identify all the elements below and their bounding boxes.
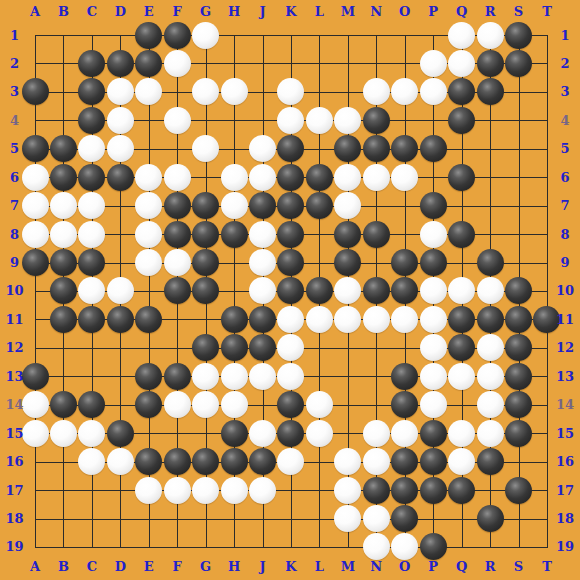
intersection-N1[interactable]	[362, 21, 390, 49]
intersection-E4[interactable]	[135, 106, 163, 134]
intersection-G5[interactable]	[191, 135, 219, 163]
intersection-O11[interactable]	[390, 305, 418, 333]
intersection-L10[interactable]	[305, 277, 333, 305]
intersection-F2[interactable]	[163, 49, 191, 77]
intersection-M18[interactable]	[334, 504, 362, 532]
intersection-Q5[interactable]	[447, 135, 475, 163]
intersection-H14[interactable]	[220, 390, 248, 418]
intersection-O5[interactable]	[390, 135, 418, 163]
intersection-K17[interactable]	[277, 476, 305, 504]
intersection-K6[interactable]	[277, 163, 305, 191]
intersection-H6[interactable]	[220, 163, 248, 191]
intersection-O2[interactable]	[390, 49, 418, 77]
intersection-Q18[interactable]	[447, 504, 475, 532]
intersection-C5[interactable]	[78, 135, 106, 163]
intersection-P16[interactable]	[419, 447, 447, 475]
intersection-N4[interactable]	[362, 106, 390, 134]
intersection-G14[interactable]	[191, 390, 219, 418]
intersection-R18[interactable]	[476, 504, 504, 532]
intersection-P14[interactable]	[419, 390, 447, 418]
intersection-K19[interactable]	[277, 533, 305, 561]
intersection-B16[interactable]	[49, 447, 77, 475]
intersection-G12[interactable]	[191, 334, 219, 362]
intersection-L17[interactable]	[305, 476, 333, 504]
intersection-Q19[interactable]	[447, 533, 475, 561]
intersection-Q14[interactable]	[447, 390, 475, 418]
intersection-B6[interactable]	[49, 163, 77, 191]
intersection-K16[interactable]	[277, 447, 305, 475]
intersection-M13[interactable]	[334, 362, 362, 390]
intersection-P12[interactable]	[419, 334, 447, 362]
intersection-B18[interactable]	[49, 504, 77, 532]
intersection-F3[interactable]	[163, 78, 191, 106]
intersection-N5[interactable]	[362, 135, 390, 163]
intersection-H5[interactable]	[220, 135, 248, 163]
intersection-H4[interactable]	[220, 106, 248, 134]
intersection-F16[interactable]	[163, 447, 191, 475]
intersection-F13[interactable]	[163, 362, 191, 390]
intersection-Q16[interactable]	[447, 447, 475, 475]
intersection-P3[interactable]	[419, 78, 447, 106]
intersection-F1[interactable]	[163, 21, 191, 49]
intersection-C12[interactable]	[78, 334, 106, 362]
intersection-G11[interactable]	[191, 305, 219, 333]
intersection-R11[interactable]	[476, 305, 504, 333]
intersection-B4[interactable]	[49, 106, 77, 134]
intersection-B15[interactable]	[49, 419, 77, 447]
intersection-B12[interactable]	[49, 334, 77, 362]
intersection-Q17[interactable]	[447, 476, 475, 504]
intersection-S7[interactable]	[504, 191, 532, 219]
intersection-K5[interactable]	[277, 135, 305, 163]
intersection-P11[interactable]	[419, 305, 447, 333]
intersection-D1[interactable]	[106, 21, 134, 49]
intersection-Q8[interactable]	[447, 220, 475, 248]
intersection-Q6[interactable]	[447, 163, 475, 191]
intersection-K15[interactable]	[277, 419, 305, 447]
intersection-O6[interactable]	[390, 163, 418, 191]
intersection-F18[interactable]	[163, 504, 191, 532]
intersection-D16[interactable]	[106, 447, 134, 475]
intersection-B5[interactable]	[49, 135, 77, 163]
intersection-O16[interactable]	[390, 447, 418, 475]
intersection-L1[interactable]	[305, 21, 333, 49]
intersection-O17[interactable]	[390, 476, 418, 504]
intersection-D15[interactable]	[106, 419, 134, 447]
intersection-E18[interactable]	[135, 504, 163, 532]
intersection-R8[interactable]	[476, 220, 504, 248]
intersection-J7[interactable]	[248, 191, 276, 219]
intersection-G6[interactable]	[191, 163, 219, 191]
intersection-E12[interactable]	[135, 334, 163, 362]
intersection-N19[interactable]	[362, 533, 390, 561]
intersection-O14[interactable]	[390, 390, 418, 418]
intersection-C3[interactable]	[78, 78, 106, 106]
intersection-L18[interactable]	[305, 504, 333, 532]
intersection-S13[interactable]	[504, 362, 532, 390]
intersection-K18[interactable]	[277, 504, 305, 532]
intersection-L13[interactable]	[305, 362, 333, 390]
intersection-S6[interactable]	[504, 163, 532, 191]
intersection-K14[interactable]	[277, 390, 305, 418]
intersection-K7[interactable]	[277, 191, 305, 219]
intersection-H11[interactable]	[220, 305, 248, 333]
intersection-R6[interactable]	[476, 163, 504, 191]
intersection-E8[interactable]	[135, 220, 163, 248]
intersection-G7[interactable]	[191, 191, 219, 219]
intersection-K13[interactable]	[277, 362, 305, 390]
intersection-B8[interactable]	[49, 220, 77, 248]
intersection-D11[interactable]	[106, 305, 134, 333]
intersection-D8[interactable]	[106, 220, 134, 248]
intersection-S14[interactable]	[504, 390, 532, 418]
intersection-J8[interactable]	[248, 220, 276, 248]
intersection-K10[interactable]	[277, 277, 305, 305]
intersection-J12[interactable]	[248, 334, 276, 362]
intersection-C17[interactable]	[78, 476, 106, 504]
intersection-J3[interactable]	[248, 78, 276, 106]
intersection-D4[interactable]	[106, 106, 134, 134]
intersection-N2[interactable]	[362, 49, 390, 77]
intersection-M1[interactable]	[334, 21, 362, 49]
intersection-M5[interactable]	[334, 135, 362, 163]
intersection-P10[interactable]	[419, 277, 447, 305]
intersection-H1[interactable]	[220, 21, 248, 49]
intersection-N11[interactable]	[362, 305, 390, 333]
intersection-G1[interactable]	[191, 21, 219, 49]
go-board[interactable]	[0, 0, 580, 580]
intersection-S10[interactable]	[504, 277, 532, 305]
intersection-G10[interactable]	[191, 277, 219, 305]
intersection-D18[interactable]	[106, 504, 134, 532]
intersection-N9[interactable]	[362, 248, 390, 276]
intersection-K4[interactable]	[277, 106, 305, 134]
intersection-D3[interactable]	[106, 78, 134, 106]
intersection-H12[interactable]	[220, 334, 248, 362]
intersection-N6[interactable]	[362, 163, 390, 191]
intersection-M3[interactable]	[334, 78, 362, 106]
intersection-G4[interactable]	[191, 106, 219, 134]
intersection-M10[interactable]	[334, 277, 362, 305]
intersection-S16[interactable]	[504, 447, 532, 475]
intersection-K12[interactable]	[277, 334, 305, 362]
intersection-B9[interactable]	[49, 248, 77, 276]
intersection-Q3[interactable]	[447, 78, 475, 106]
intersection-C11[interactable]	[78, 305, 106, 333]
intersection-J18[interactable]	[248, 504, 276, 532]
intersection-E5[interactable]	[135, 135, 163, 163]
intersection-Q10[interactable]	[447, 277, 475, 305]
intersection-L8[interactable]	[305, 220, 333, 248]
intersection-H7[interactable]	[220, 191, 248, 219]
intersection-Q13[interactable]	[447, 362, 475, 390]
intersection-O15[interactable]	[390, 419, 418, 447]
intersection-O18[interactable]	[390, 504, 418, 532]
intersection-F7[interactable]	[163, 191, 191, 219]
intersection-F6[interactable]	[163, 163, 191, 191]
intersection-L4[interactable]	[305, 106, 333, 134]
intersection-E11[interactable]	[135, 305, 163, 333]
intersection-D19[interactable]	[106, 533, 134, 561]
intersection-H8[interactable]	[220, 220, 248, 248]
intersection-F15[interactable]	[163, 419, 191, 447]
intersection-K3[interactable]	[277, 78, 305, 106]
intersection-P1[interactable]	[419, 21, 447, 49]
intersection-L14[interactable]	[305, 390, 333, 418]
intersection-G13[interactable]	[191, 362, 219, 390]
intersection-S8[interactable]	[504, 220, 532, 248]
intersection-D10[interactable]	[106, 277, 134, 305]
intersection-M8[interactable]	[334, 220, 362, 248]
intersection-B19[interactable]	[49, 533, 77, 561]
intersection-C2[interactable]	[78, 49, 106, 77]
intersection-M4[interactable]	[334, 106, 362, 134]
intersection-R15[interactable]	[476, 419, 504, 447]
intersection-S17[interactable]	[504, 476, 532, 504]
intersection-H10[interactable]	[220, 277, 248, 305]
intersection-B2[interactable]	[49, 49, 77, 77]
intersection-R12[interactable]	[476, 334, 504, 362]
intersection-S15[interactable]	[504, 419, 532, 447]
intersection-C4[interactable]	[78, 106, 106, 134]
intersection-N15[interactable]	[362, 419, 390, 447]
intersection-S12[interactable]	[504, 334, 532, 362]
intersection-L19[interactable]	[305, 533, 333, 561]
intersection-R10[interactable]	[476, 277, 504, 305]
intersection-M2[interactable]	[334, 49, 362, 77]
intersection-S2[interactable]	[504, 49, 532, 77]
intersection-G19[interactable]	[191, 533, 219, 561]
intersection-O1[interactable]	[390, 21, 418, 49]
intersection-S18[interactable]	[504, 504, 532, 532]
intersection-Q4[interactable]	[447, 106, 475, 134]
intersection-O3[interactable]	[390, 78, 418, 106]
intersection-K8[interactable]	[277, 220, 305, 248]
intersection-C15[interactable]	[78, 419, 106, 447]
intersection-M7[interactable]	[334, 191, 362, 219]
intersection-F12[interactable]	[163, 334, 191, 362]
intersection-E19[interactable]	[135, 533, 163, 561]
intersection-L11[interactable]	[305, 305, 333, 333]
intersection-H13[interactable]	[220, 362, 248, 390]
intersection-S3[interactable]	[504, 78, 532, 106]
intersection-C13[interactable]	[78, 362, 106, 390]
intersection-F9[interactable]	[163, 248, 191, 276]
intersection-O19[interactable]	[390, 533, 418, 561]
intersection-B10[interactable]	[49, 277, 77, 305]
intersection-Q7[interactable]	[447, 191, 475, 219]
intersection-C1[interactable]	[78, 21, 106, 49]
intersection-C6[interactable]	[78, 163, 106, 191]
intersection-F14[interactable]	[163, 390, 191, 418]
intersection-E9[interactable]	[135, 248, 163, 276]
intersection-E6[interactable]	[135, 163, 163, 191]
intersection-J19[interactable]	[248, 533, 276, 561]
intersection-C16[interactable]	[78, 447, 106, 475]
intersection-H19[interactable]	[220, 533, 248, 561]
intersection-G8[interactable]	[191, 220, 219, 248]
intersection-O4[interactable]	[390, 106, 418, 134]
intersection-C9[interactable]	[78, 248, 106, 276]
intersection-S19[interactable]	[504, 533, 532, 561]
intersection-E2[interactable]	[135, 49, 163, 77]
intersection-F17[interactable]	[163, 476, 191, 504]
intersection-N16[interactable]	[362, 447, 390, 475]
intersection-M12[interactable]	[334, 334, 362, 362]
intersection-L6[interactable]	[305, 163, 333, 191]
intersection-H2[interactable]	[220, 49, 248, 77]
intersection-E1[interactable]	[135, 21, 163, 49]
intersection-P4[interactable]	[419, 106, 447, 134]
intersection-O7[interactable]	[390, 191, 418, 219]
intersection-J17[interactable]	[248, 476, 276, 504]
intersection-R9[interactable]	[476, 248, 504, 276]
intersection-L9[interactable]	[305, 248, 333, 276]
intersection-D17[interactable]	[106, 476, 134, 504]
intersection-Q15[interactable]	[447, 419, 475, 447]
intersection-J9[interactable]	[248, 248, 276, 276]
intersection-K1[interactable]	[277, 21, 305, 49]
intersection-Q9[interactable]	[447, 248, 475, 276]
intersection-D9[interactable]	[106, 248, 134, 276]
intersection-G17[interactable]	[191, 476, 219, 504]
intersection-K11[interactable]	[277, 305, 305, 333]
intersection-F19[interactable]	[163, 533, 191, 561]
intersection-F10[interactable]	[163, 277, 191, 305]
intersection-S5[interactable]	[504, 135, 532, 163]
intersection-D6[interactable]	[106, 163, 134, 191]
intersection-D7[interactable]	[106, 191, 134, 219]
intersection-P9[interactable]	[419, 248, 447, 276]
intersection-J4[interactable]	[248, 106, 276, 134]
intersection-J11[interactable]	[248, 305, 276, 333]
intersection-J1[interactable]	[248, 21, 276, 49]
intersection-E15[interactable]	[135, 419, 163, 447]
intersection-E7[interactable]	[135, 191, 163, 219]
intersection-E17[interactable]	[135, 476, 163, 504]
intersection-E14[interactable]	[135, 390, 163, 418]
intersection-H18[interactable]	[220, 504, 248, 532]
intersection-Q2[interactable]	[447, 49, 475, 77]
intersection-G2[interactable]	[191, 49, 219, 77]
intersection-L15[interactable]	[305, 419, 333, 447]
intersection-Q12[interactable]	[447, 334, 475, 362]
intersection-L16[interactable]	[305, 447, 333, 475]
intersection-N18[interactable]	[362, 504, 390, 532]
intersection-R19[interactable]	[476, 533, 504, 561]
intersection-E10[interactable]	[135, 277, 163, 305]
intersection-G9[interactable]	[191, 248, 219, 276]
intersection-L5[interactable]	[305, 135, 333, 163]
intersection-F4[interactable]	[163, 106, 191, 134]
intersection-O9[interactable]	[390, 248, 418, 276]
intersection-H17[interactable]	[220, 476, 248, 504]
intersection-E16[interactable]	[135, 447, 163, 475]
intersection-F11[interactable]	[163, 305, 191, 333]
intersection-L2[interactable]	[305, 49, 333, 77]
intersection-J13[interactable]	[248, 362, 276, 390]
intersection-M19[interactable]	[334, 533, 362, 561]
intersection-B3[interactable]	[49, 78, 77, 106]
intersection-P18[interactable]	[419, 504, 447, 532]
intersection-R1[interactable]	[476, 21, 504, 49]
intersection-P7[interactable]	[419, 191, 447, 219]
intersection-O8[interactable]	[390, 220, 418, 248]
intersection-O13[interactable]	[390, 362, 418, 390]
intersection-P13[interactable]	[419, 362, 447, 390]
intersection-L12[interactable]	[305, 334, 333, 362]
intersection-C10[interactable]	[78, 277, 106, 305]
intersection-R3[interactable]	[476, 78, 504, 106]
intersection-C14[interactable]	[78, 390, 106, 418]
intersection-R17[interactable]	[476, 476, 504, 504]
intersection-G3[interactable]	[191, 78, 219, 106]
intersection-Q1[interactable]	[447, 21, 475, 49]
intersection-R7[interactable]	[476, 191, 504, 219]
intersection-J16[interactable]	[248, 447, 276, 475]
intersection-B17[interactable]	[49, 476, 77, 504]
intersection-Q11[interactable]	[447, 305, 475, 333]
intersection-L7[interactable]	[305, 191, 333, 219]
intersection-P8[interactable]	[419, 220, 447, 248]
intersection-J2[interactable]	[248, 49, 276, 77]
intersection-B11[interactable]	[49, 305, 77, 333]
intersection-O12[interactable]	[390, 334, 418, 362]
intersection-O10[interactable]	[390, 277, 418, 305]
intersection-G18[interactable]	[191, 504, 219, 532]
intersection-C19[interactable]	[78, 533, 106, 561]
intersection-P17[interactable]	[419, 476, 447, 504]
intersection-D13[interactable]	[106, 362, 134, 390]
intersection-N14[interactable]	[362, 390, 390, 418]
intersection-M6[interactable]	[334, 163, 362, 191]
intersection-P5[interactable]	[419, 135, 447, 163]
intersection-D5[interactable]	[106, 135, 134, 163]
intersection-N13[interactable]	[362, 362, 390, 390]
intersection-D14[interactable]	[106, 390, 134, 418]
intersection-C18[interactable]	[78, 504, 106, 532]
intersection-P19[interactable]	[419, 533, 447, 561]
intersection-S11[interactable]	[504, 305, 532, 333]
intersection-N17[interactable]	[362, 476, 390, 504]
intersection-C8[interactable]	[78, 220, 106, 248]
intersection-B7[interactable]	[49, 191, 77, 219]
intersection-F5[interactable]	[163, 135, 191, 163]
intersection-C7[interactable]	[78, 191, 106, 219]
intersection-P6[interactable]	[419, 163, 447, 191]
intersection-N8[interactable]	[362, 220, 390, 248]
intersection-E3[interactable]	[135, 78, 163, 106]
intersection-G16[interactable]	[191, 447, 219, 475]
intersection-D2[interactable]	[106, 49, 134, 77]
intersection-M16[interactable]	[334, 447, 362, 475]
intersection-R13[interactable]	[476, 362, 504, 390]
intersection-P2[interactable]	[419, 49, 447, 77]
intersection-M15[interactable]	[334, 419, 362, 447]
intersection-K2[interactable]	[277, 49, 305, 77]
intersection-M17[interactable]	[334, 476, 362, 504]
intersection-R2[interactable]	[476, 49, 504, 77]
intersection-S9[interactable]	[504, 248, 532, 276]
intersection-N12[interactable]	[362, 334, 390, 362]
intersection-R16[interactable]	[476, 447, 504, 475]
intersection-M14[interactable]	[334, 390, 362, 418]
intersection-B14[interactable]	[49, 390, 77, 418]
intersection-R14[interactable]	[476, 390, 504, 418]
intersection-B1[interactable]	[49, 21, 77, 49]
intersection-F8[interactable]	[163, 220, 191, 248]
intersection-L3[interactable]	[305, 78, 333, 106]
